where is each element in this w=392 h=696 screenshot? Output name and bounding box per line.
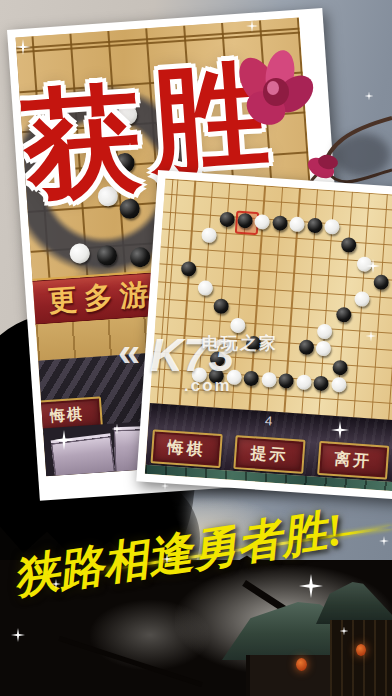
victory-char: 获: [19, 81, 145, 207]
white-stone: [289, 216, 305, 232]
black-stone: [332, 359, 348, 375]
hint-label: 提示: [250, 443, 289, 467]
undo-button[interactable]: 悔棋: [151, 429, 223, 468]
black-stone: [219, 211, 235, 227]
watermark-site-name: 电玩之家: [202, 332, 278, 355]
watermark-tld: .com: [184, 376, 232, 396]
undo-label: 悔棋: [49, 404, 84, 425]
black-stone: [307, 217, 323, 233]
hint-button[interactable]: 提示: [233, 435, 305, 474]
white-stone: [330, 377, 346, 393]
black-stone: [340, 237, 356, 253]
building: [330, 620, 392, 696]
screenshot-root: 获 胜 更多游戏 悔棋: [0, 0, 392, 696]
white-stone: [317, 323, 333, 339]
white-stone: [315, 340, 331, 356]
white-stone: [324, 218, 340, 234]
undo-label: 悔棋: [167, 437, 206, 461]
black-stone: [373, 274, 389, 290]
magnolia-flower: [232, 50, 321, 131]
white-stone: [356, 256, 372, 272]
white-stone: [254, 213, 270, 229]
red-lantern: [356, 644, 366, 656]
black-stone: [237, 212, 253, 228]
black-stone: [313, 375, 329, 391]
leave-button[interactable]: 离开: [317, 441, 389, 480]
watermark: « K73 .com 电玩之家: [118, 328, 308, 398]
watermark-chevron: «: [118, 330, 136, 375]
leave-label: 离开: [334, 449, 373, 473]
black-stone: [272, 215, 288, 231]
red-lantern: [296, 658, 307, 671]
mist: [90, 600, 210, 670]
black-stone: [335, 307, 351, 323]
stone-slab: [51, 436, 115, 476]
black-stone: [181, 261, 197, 277]
white-stone: [197, 280, 213, 296]
black-stone: [213, 298, 229, 314]
white-stone: [201, 227, 217, 243]
white-stone: [354, 291, 370, 307]
